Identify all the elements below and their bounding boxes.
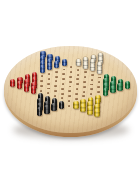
board-hole[interactable] <box>91 74 94 76</box>
board-hole[interactable] <box>47 88 50 90</box>
peg-yellow[interactable] <box>73 101 79 109</box>
board-hole[interactable] <box>76 78 79 80</box>
board-hole[interactable] <box>47 83 50 85</box>
board-hole[interactable] <box>76 83 79 85</box>
peg-green[interactable] <box>117 83 122 91</box>
board-hole[interactable] <box>68 95 71 97</box>
board-hole[interactable] <box>40 90 43 92</box>
board-hole[interactable] <box>55 76 58 78</box>
board-hole[interactable] <box>69 76 72 78</box>
peg-blue[interactable] <box>54 61 59 68</box>
board-hole[interactable] <box>63 69 66 71</box>
board-hole[interactable] <box>61 97 64 99</box>
peg-red[interactable] <box>24 84 29 92</box>
board-hole[interactable] <box>90 84 93 86</box>
board-hole[interactable] <box>40 85 43 87</box>
board-hole[interactable] <box>83 86 86 88</box>
board-hole[interactable] <box>97 86 100 88</box>
board-hole[interactable] <box>82 95 85 97</box>
board-hole[interactable] <box>69 86 72 88</box>
board-hole[interactable] <box>77 69 80 71</box>
board-hole[interactable] <box>83 81 86 83</box>
peg-yellow[interactable] <box>94 109 100 118</box>
board-hole[interactable] <box>48 78 51 80</box>
board-hole[interactable] <box>90 88 93 90</box>
board-hole[interactable] <box>90 93 93 95</box>
board-hole[interactable] <box>47 92 50 94</box>
board-hole[interactable] <box>41 75 44 77</box>
board-hole[interactable] <box>62 83 65 85</box>
board-hole[interactable] <box>84 76 87 78</box>
peg-white[interactable] <box>97 67 102 74</box>
peg-black[interactable] <box>44 105 50 113</box>
photo-background <box>0 0 140 187</box>
peg-black[interactable] <box>37 107 43 116</box>
board-hole[interactable] <box>54 85 57 87</box>
peg-white[interactable] <box>76 59 81 66</box>
board-hole[interactable] <box>55 80 58 82</box>
board-hole[interactable] <box>76 88 79 90</box>
peg-white[interactable] <box>90 64 95 71</box>
board-hole[interactable] <box>55 71 58 73</box>
peg-black[interactable] <box>59 101 65 109</box>
peg-red[interactable] <box>17 81 22 89</box>
board-hole[interactable] <box>61 88 64 90</box>
peg-yellow[interactable] <box>80 104 86 112</box>
board-hole[interactable] <box>91 79 94 81</box>
board-hole[interactable] <box>48 73 51 75</box>
board-hole[interactable] <box>70 66 73 68</box>
peg-green[interactable] <box>103 88 109 96</box>
board-hole[interactable] <box>97 91 100 93</box>
peg-white[interactable] <box>83 62 88 69</box>
peg-black[interactable] <box>51 103 57 111</box>
board-hole[interactable] <box>68 100 71 102</box>
board-hole[interactable] <box>68 90 71 92</box>
board-hole[interactable] <box>70 71 73 73</box>
board-hole[interactable] <box>68 105 71 107</box>
board-hole[interactable] <box>54 95 57 97</box>
board-hole[interactable] <box>75 98 78 100</box>
board-hole[interactable] <box>40 80 43 82</box>
board-hole[interactable] <box>77 74 80 76</box>
peg-green[interactable] <box>125 81 130 89</box>
board-hole[interactable] <box>61 93 64 95</box>
board-hole[interactable] <box>84 71 87 73</box>
board-hole[interactable] <box>98 77 101 79</box>
peg-green[interactable] <box>110 86 116 94</box>
board-hole[interactable] <box>54 90 57 92</box>
board-hole[interactable] <box>62 78 65 80</box>
peg-red[interactable] <box>10 79 15 87</box>
board-hole[interactable] <box>69 81 72 83</box>
peg-blue[interactable] <box>40 65 45 72</box>
board-hole[interactable] <box>75 93 78 95</box>
peg-blue[interactable] <box>62 59 67 66</box>
peg-yellow[interactable] <box>87 106 93 115</box>
board-hole[interactable] <box>83 91 86 93</box>
peg-blue[interactable] <box>47 63 52 70</box>
peg-red[interactable] <box>31 86 37 94</box>
board-cells <box>0 0 140 187</box>
board-hole[interactable] <box>62 73 65 75</box>
board-hole[interactable] <box>98 81 101 83</box>
